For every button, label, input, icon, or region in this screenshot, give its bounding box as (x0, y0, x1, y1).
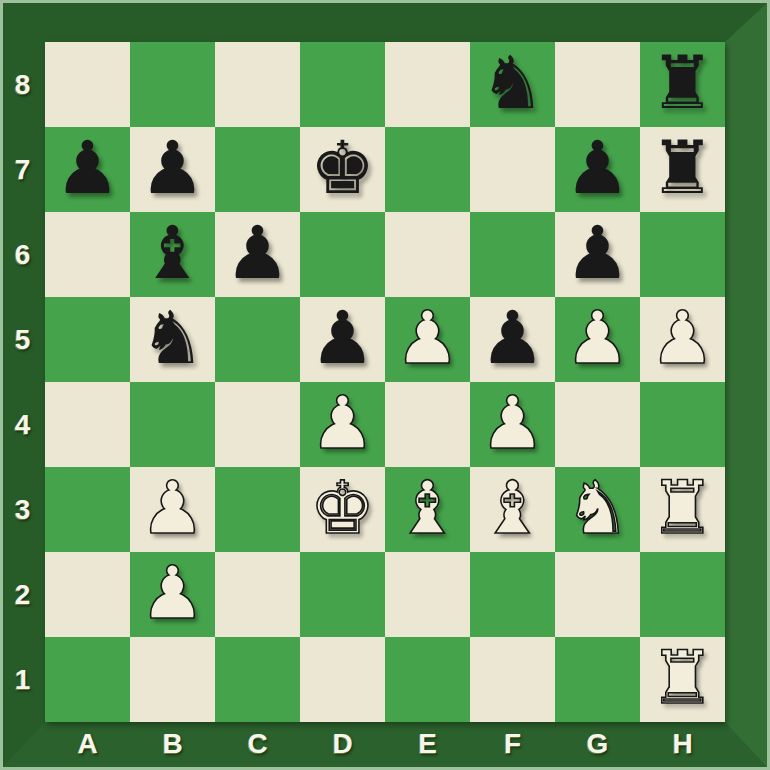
square-g7[interactable]: ♟ (555, 127, 640, 212)
square-c4[interactable] (215, 382, 300, 467)
square-c2[interactable] (215, 552, 300, 637)
piece-black-rook[interactable]: ♜ (650, 46, 715, 119)
square-a7[interactable]: ♟ (45, 127, 130, 212)
file-label-a: A (45, 722, 130, 770)
file-label-c: C (215, 722, 300, 770)
square-a1[interactable] (45, 637, 130, 722)
square-d2[interactable] (300, 552, 385, 637)
square-b5[interactable]: ♞ (130, 297, 215, 382)
square-f4[interactable]: ♟ (470, 382, 555, 467)
square-f3[interactable]: ♝ (470, 467, 555, 552)
square-a4[interactable] (45, 382, 130, 467)
square-b7[interactable]: ♟ (130, 127, 215, 212)
square-h5[interactable]: ♟ (640, 297, 725, 382)
file-label-h: H (640, 722, 725, 770)
piece-white-pawn[interactable]: ♟ (310, 386, 375, 459)
file-label-d: D (300, 722, 385, 770)
square-c8[interactable] (215, 42, 300, 127)
square-e4[interactable] (385, 382, 470, 467)
square-f8[interactable]: ♞ (470, 42, 555, 127)
square-d5[interactable]: ♟ (300, 297, 385, 382)
square-d8[interactable] (300, 42, 385, 127)
piece-black-pawn[interactable]: ♟ (55, 131, 120, 204)
piece-black-pawn[interactable]: ♟ (140, 131, 205, 204)
piece-black-pawn[interactable]: ♟ (565, 216, 630, 289)
piece-white-rook[interactable]: ♜ (650, 471, 715, 544)
square-g3[interactable]: ♞ (555, 467, 640, 552)
square-d3[interactable]: ♚ (300, 467, 385, 552)
square-g8[interactable] (555, 42, 640, 127)
square-h7[interactable]: ♜ (640, 127, 725, 212)
file-label-b: B (130, 722, 215, 770)
piece-white-pawn[interactable]: ♟ (395, 301, 460, 374)
square-b6[interactable]: ♝ (130, 212, 215, 297)
piece-white-pawn[interactable]: ♟ (565, 301, 630, 374)
piece-white-pawn[interactable]: ♟ (650, 301, 715, 374)
piece-white-bishop[interactable]: ♝ (480, 471, 545, 544)
rank-label-8: 8 (4, 42, 41, 127)
piece-black-pawn[interactable]: ♟ (480, 301, 545, 374)
rank-label-6: 6 (4, 212, 41, 297)
square-b3[interactable]: ♟ (130, 467, 215, 552)
square-c1[interactable] (215, 637, 300, 722)
square-b1[interactable] (130, 637, 215, 722)
piece-black-pawn[interactable]: ♟ (225, 216, 290, 289)
square-h8[interactable]: ♜ (640, 42, 725, 127)
square-d6[interactable] (300, 212, 385, 297)
square-h2[interactable] (640, 552, 725, 637)
piece-white-pawn[interactable]: ♟ (480, 386, 545, 459)
square-h1[interactable]: ♜ (640, 637, 725, 722)
square-d4[interactable]: ♟ (300, 382, 385, 467)
square-e3[interactable]: ♝ (385, 467, 470, 552)
square-f6[interactable] (470, 212, 555, 297)
square-d1[interactable] (300, 637, 385, 722)
file-label-e: E (385, 722, 470, 770)
piece-black-knight[interactable]: ♞ (140, 301, 205, 374)
piece-white-pawn[interactable]: ♟ (140, 556, 205, 629)
rank-label-3: 3 (4, 467, 41, 552)
square-f1[interactable] (470, 637, 555, 722)
file-label-f: F (470, 722, 555, 770)
rank-label-1: 1 (4, 637, 41, 722)
square-b8[interactable] (130, 42, 215, 127)
piece-black-pawn[interactable]: ♟ (310, 301, 375, 374)
square-h6[interactable] (640, 212, 725, 297)
rank-label-4: 4 (4, 382, 41, 467)
piece-black-rook[interactable]: ♜ (650, 131, 715, 204)
piece-black-bishop[interactable]: ♝ (140, 216, 205, 289)
rank-label-7: 7 (4, 127, 41, 212)
square-e6[interactable] (385, 212, 470, 297)
square-a3[interactable] (45, 467, 130, 552)
piece-white-pawn[interactable]: ♟ (140, 471, 205, 544)
square-c3[interactable] (215, 467, 300, 552)
square-c6[interactable]: ♟ (215, 212, 300, 297)
square-e5[interactable]: ♟ (385, 297, 470, 382)
square-e7[interactable] (385, 127, 470, 212)
square-f7[interactable] (470, 127, 555, 212)
square-f5[interactable]: ♟ (470, 297, 555, 382)
square-a8[interactable] (45, 42, 130, 127)
square-e1[interactable] (385, 637, 470, 722)
square-g5[interactable]: ♟ (555, 297, 640, 382)
square-b2[interactable]: ♟ (130, 552, 215, 637)
piece-black-pawn[interactable]: ♟ (565, 131, 630, 204)
square-a5[interactable] (45, 297, 130, 382)
square-d7[interactable]: ♚ (300, 127, 385, 212)
square-g1[interactable] (555, 637, 640, 722)
square-g4[interactable] (555, 382, 640, 467)
piece-white-rook[interactable]: ♜ (650, 641, 715, 714)
piece-black-king[interactable]: ♚ (310, 131, 375, 204)
square-h3[interactable]: ♜ (640, 467, 725, 552)
square-a6[interactable] (45, 212, 130, 297)
square-b4[interactable] (130, 382, 215, 467)
square-a2[interactable] (45, 552, 130, 637)
piece-white-bishop[interactable]: ♝ (395, 471, 460, 544)
piece-white-king[interactable]: ♚ (310, 471, 375, 544)
square-e8[interactable] (385, 42, 470, 127)
square-e2[interactable] (385, 552, 470, 637)
chess-board: ♞♜♟♟♚♟♜♝♟♟♞♟♟♟♟♟♟♟♟♚♝♝♞♜♟♜ (45, 42, 725, 722)
square-c5[interactable] (215, 297, 300, 382)
square-g6[interactable]: ♟ (555, 212, 640, 297)
rank-label-2: 2 (4, 552, 41, 637)
square-h4[interactable] (640, 382, 725, 467)
square-g2[interactable] (555, 552, 640, 637)
piece-white-knight[interactable]: ♞ (565, 471, 630, 544)
chess-board-widget: ♞♜♟♟♚♟♜♝♟♟♞♟♟♟♟♟♟♟♟♚♝♝♞♜♟♜ 87654321ABCDE… (0, 0, 770, 770)
square-f2[interactable] (470, 552, 555, 637)
file-label-g: G (555, 722, 640, 770)
square-c7[interactable] (215, 127, 300, 212)
rank-label-5: 5 (4, 297, 41, 382)
piece-black-knight[interactable]: ♞ (480, 46, 545, 119)
